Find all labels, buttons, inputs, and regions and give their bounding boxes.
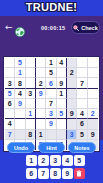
cell-r5c9[interactable] [88, 99, 98, 109]
cell-r2c9[interactable] [88, 68, 98, 78]
cell-r3c6[interactable]: 9 [57, 78, 67, 88]
cell-r5c7[interactable] [67, 99, 77, 109]
cell-r7c2[interactable] [15, 119, 25, 129]
cell-r1c9[interactable] [88, 58, 98, 68]
cell-r2c8[interactable] [77, 68, 87, 78]
cell-r1c8[interactable] [77, 58, 87, 68]
cell-r2c3[interactable] [26, 68, 36, 78]
cell-r4c3[interactable]: 3 [26, 89, 36, 99]
numpad-key-2[interactable]: 2 [38, 155, 49, 166]
sudoku-app-screen: TRUDNE! ← 00:00:15 Check [0, 0, 103, 183]
cell-r2c4[interactable] [36, 68, 46, 78]
cell-r7c5[interactable]: 9 [46, 119, 56, 129]
cell-r7c3[interactable] [26, 119, 36, 129]
check-button[interactable]: Check [71, 21, 100, 34]
cell-r7c9[interactable] [88, 119, 98, 129]
notes-button[interactable]: Notes [68, 142, 96, 153]
cell-r3c8[interactable]: 7 [77, 78, 87, 88]
cell-r1c7[interactable] [67, 58, 77, 68]
cell-r1c4[interactable] [36, 58, 46, 68]
cell-r4c2[interactable]: 4 [15, 89, 25, 99]
cell-r6c3[interactable]: 1 [26, 109, 36, 119]
cell-r6c9[interactable]: 2 [88, 109, 98, 119]
cell-r5c1[interactable]: 6 [5, 99, 15, 109]
cell-r3c2[interactable]: 8 [15, 78, 25, 88]
cell-r5c2[interactable]: 9 [15, 99, 25, 109]
cell-r5c6[interactable] [57, 99, 67, 109]
cell-r4c1[interactable]: 5 [5, 89, 15, 99]
cell-r1c3[interactable] [26, 58, 36, 68]
numpad-key-9[interactable]: 9 [62, 168, 73, 179]
timer: 00:00:15 [41, 25, 65, 31]
cell-r6c8[interactable]: 4 [77, 109, 87, 119]
cell-r8c9[interactable]: 9 [88, 130, 98, 140]
cell-r4c4[interactable]: 9 [36, 89, 46, 99]
numpad-key-7[interactable]: 7 [38, 168, 49, 179]
magnifier-icon [73, 25, 79, 31]
cell-r7c4[interactable] [36, 119, 46, 129]
board-panel: ← 00:00:15 Check 5141523826975439169713 [0, 16, 103, 140]
cell-r4c5[interactable] [46, 89, 56, 99]
trash-icon [76, 170, 82, 177]
hint-button[interactable]: Hint [38, 142, 65, 153]
cell-r2c2[interactable]: 1 [15, 68, 25, 78]
sudoku-grid: 5141523826975439169713594249678135995342 [5, 58, 98, 150]
cell-r6c6[interactable]: 5 [57, 109, 67, 119]
sudoku-board: 5141523826975439169713594249678135995342 [3, 56, 100, 152]
cell-r5c4[interactable] [36, 99, 46, 109]
cell-r8c3[interactable]: 8 [26, 130, 36, 140]
numpad-key-4[interactable]: 4 [62, 155, 73, 166]
cell-r8c6[interactable] [57, 130, 67, 140]
undo-button[interactable]: Undo [7, 142, 35, 153]
cell-r5c3[interactable] [26, 99, 36, 109]
cell-r3c5[interactable]: 6 [46, 78, 56, 88]
cell-r1c2[interactable]: 5 [15, 58, 25, 68]
toolbar: ← 00:00:15 Check [0, 16, 103, 40]
cell-r1c6[interactable]: 4 [57, 58, 67, 68]
cell-r7c7[interactable] [67, 119, 77, 129]
cell-r8c4[interactable]: 1 [36, 130, 46, 140]
numpad-key-1[interactable]: 1 [26, 155, 37, 166]
cell-r3c7[interactable] [67, 78, 77, 88]
cell-r4c7[interactable] [67, 89, 77, 99]
cell-r4c8[interactable] [77, 89, 87, 99]
cell-r1c5[interactable]: 1 [46, 58, 56, 68]
cell-r3c9[interactable] [88, 78, 98, 88]
cell-r4c9[interactable] [88, 89, 98, 99]
cell-r8c5[interactable] [46, 130, 56, 140]
cell-r2c5[interactable]: 5 [46, 68, 56, 78]
cell-r5c5[interactable]: 7 [46, 99, 56, 109]
cell-r6c4[interactable] [36, 109, 46, 119]
cell-r8c8[interactable]: 5 [77, 130, 87, 140]
check-button-label: Check [81, 25, 98, 31]
cell-r7c1[interactable]: 4 [5, 119, 15, 129]
cell-r6c2[interactable] [15, 109, 25, 119]
cell-r6c5[interactable]: 3 [46, 109, 56, 119]
cell-r7c6[interactable] [57, 119, 67, 129]
cell-r2c6[interactable] [57, 68, 67, 78]
cell-r1c1[interactable] [5, 58, 15, 68]
numpad-key-8[interactable]: 8 [50, 168, 61, 179]
cell-r4c6[interactable]: 1 [57, 89, 67, 99]
cell-r6c1[interactable] [5, 109, 15, 119]
cell-r8c2[interactable] [15, 130, 25, 140]
cell-r8c1[interactable]: 7 [5, 130, 15, 140]
numpad-key-5[interactable]: 5 [74, 155, 85, 166]
difficulty-title: TRUDNE! [0, 1, 103, 13]
globe-icon[interactable] [15, 23, 25, 33]
numpad-key-3[interactable]: 3 [50, 155, 61, 166]
cell-r7c8[interactable]: 6 [77, 119, 87, 129]
back-arrow-icon[interactable]: ← [5, 23, 13, 32]
delete-key[interactable] [74, 168, 85, 179]
cell-r8c7[interactable]: 3 [67, 130, 77, 140]
cell-r3c3[interactable] [26, 78, 36, 88]
cell-r3c1[interactable]: 3 [5, 78, 15, 88]
cell-r6c7[interactable]: 9 [67, 109, 77, 119]
numpad-key-6[interactable]: 6 [26, 168, 37, 179]
cell-r2c1[interactable] [5, 68, 15, 78]
cell-r2c7[interactable]: 2 [67, 68, 77, 78]
cell-r3c4[interactable]: 2 [36, 78, 46, 88]
cell-r5c8[interactable] [77, 99, 87, 109]
